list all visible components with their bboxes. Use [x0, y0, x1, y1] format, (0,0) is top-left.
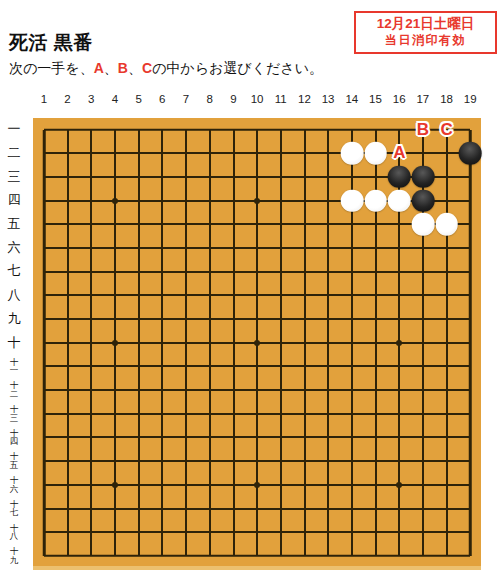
board-cell [151, 402, 175, 426]
board-cell [269, 426, 293, 450]
board-cell [32, 378, 56, 402]
board-cell [198, 497, 222, 521]
board-cell [127, 212, 151, 236]
board-cell [127, 497, 151, 521]
col-label: 19 [458, 92, 482, 106]
board-cell [435, 473, 459, 497]
board-cell [103, 520, 127, 544]
white-stone [364, 142, 387, 165]
board-cell [127, 236, 151, 260]
board-cell [293, 331, 317, 355]
board-cell [387, 520, 411, 544]
board-cell [32, 402, 56, 426]
board-cell [222, 402, 246, 426]
board-cell [80, 283, 104, 307]
board-cell [411, 331, 435, 355]
board-cell [340, 307, 364, 331]
board-cell [340, 402, 364, 426]
board-cell [269, 212, 293, 236]
board-cell [103, 118, 127, 142]
board-cell [198, 212, 222, 236]
board-cell [103, 141, 127, 165]
board-cell [56, 544, 80, 568]
deadline-box: 12月21日土曜日 当日消印有効 [354, 11, 497, 54]
board-cell [174, 165, 198, 189]
board-cell [127, 402, 151, 426]
board-cell [174, 331, 198, 355]
col-label: 15 [364, 92, 388, 106]
board-cell [435, 141, 459, 165]
board-cell [340, 212, 364, 236]
board-cell [32, 283, 56, 307]
board-cell [364, 520, 388, 544]
board-cell [435, 212, 459, 236]
board-cell [316, 355, 340, 379]
board-cell [387, 165, 411, 189]
board-cell [459, 118, 483, 142]
star-point [396, 482, 402, 488]
board-cell [364, 189, 388, 213]
board-cell [56, 189, 80, 213]
board-cell [174, 236, 198, 260]
board-cell [316, 141, 340, 165]
star-point [112, 482, 118, 488]
row-label: 十八 [2, 520, 26, 544]
board-cell [411, 497, 435, 521]
board-cell [459, 260, 483, 284]
board-cell [411, 307, 435, 331]
row-label: 十五 [2, 449, 26, 473]
board-cell [340, 355, 364, 379]
board-cell [222, 544, 246, 568]
board-cell [293, 118, 317, 142]
instruction-text: 次の一手を、A、B、Cの中からお選びください。 [9, 60, 323, 78]
board-cell [56, 355, 80, 379]
board-cell [459, 283, 483, 307]
row-label: 四 [2, 189, 26, 213]
board-cell [411, 141, 435, 165]
board-cell [198, 544, 222, 568]
board-cell [269, 141, 293, 165]
board-cell [364, 426, 388, 450]
board-cell [245, 212, 269, 236]
board-cell [459, 520, 483, 544]
board-cell [269, 402, 293, 426]
board-cell [411, 378, 435, 402]
white-stone [388, 189, 411, 212]
board-cell [435, 520, 459, 544]
board-cell [103, 331, 127, 355]
board-cell [103, 236, 127, 260]
board-cell [293, 426, 317, 450]
board-cell [127, 118, 151, 142]
white-stone [341, 189, 364, 212]
board-cell [293, 497, 317, 521]
row-label: 八 [2, 283, 26, 307]
board-cell [103, 449, 127, 473]
board-cell [364, 402, 388, 426]
board-cell [269, 165, 293, 189]
board-cell [340, 497, 364, 521]
board-cell [411, 355, 435, 379]
board-cell [411, 402, 435, 426]
col-label: 5 [127, 92, 151, 106]
board-cell [127, 283, 151, 307]
board-cell [222, 473, 246, 497]
board-cell [174, 141, 198, 165]
row-label: 十九 [2, 544, 26, 568]
board-cell [340, 449, 364, 473]
row-label: 二 [2, 141, 26, 165]
board-cell [151, 497, 175, 521]
board-cell [198, 473, 222, 497]
board-cell [103, 165, 127, 189]
board-cell [316, 189, 340, 213]
board-cell [198, 141, 222, 165]
board-cell [151, 189, 175, 213]
board-cell [32, 189, 56, 213]
choice-marker-a[interactable]: A [393, 144, 405, 161]
board-cell [245, 331, 269, 355]
board-cell [411, 236, 435, 260]
board-cell [103, 402, 127, 426]
board-cell [411, 189, 435, 213]
board-cell [151, 165, 175, 189]
board-cell [340, 473, 364, 497]
board-cell [198, 165, 222, 189]
col-label: 7 [174, 92, 198, 106]
board-cell [56, 520, 80, 544]
board-cell [198, 118, 222, 142]
board-cell [387, 378, 411, 402]
board-cell [56, 260, 80, 284]
board-cell [387, 473, 411, 497]
board-cell [316, 497, 340, 521]
board-cell [32, 355, 56, 379]
board-cell [222, 520, 246, 544]
instruction-prefix: 次の一手を、 [9, 60, 94, 76]
row-labels: 一二三四五六七八九十十一十二十三十四十五十六十七十八十九 [2, 118, 26, 568]
board-cell [151, 426, 175, 450]
board-cell [387, 236, 411, 260]
board-cell [174, 426, 198, 450]
board-cell [293, 378, 317, 402]
board-cell [340, 544, 364, 568]
board-cell [387, 189, 411, 213]
board-cell [151, 307, 175, 331]
board-cell [364, 260, 388, 284]
row-label: 七 [2, 260, 26, 284]
board-cell [340, 283, 364, 307]
board-cell [222, 355, 246, 379]
col-label: 9 [222, 92, 246, 106]
board-cell [32, 473, 56, 497]
board-cell [269, 473, 293, 497]
board-cell [316, 544, 340, 568]
board-cell [103, 426, 127, 450]
board-cell [435, 189, 459, 213]
board-cell [80, 449, 104, 473]
board-cell [222, 307, 246, 331]
board-cell [80, 520, 104, 544]
col-label: 6 [150, 92, 174, 106]
black-stone [412, 166, 435, 189]
board-cell [127, 520, 151, 544]
board-cell [293, 212, 317, 236]
board-cell [245, 544, 269, 568]
board-cell [80, 544, 104, 568]
board-cell [32, 307, 56, 331]
board-cell [80, 355, 104, 379]
board-cell [151, 236, 175, 260]
choice-marker-b[interactable]: B [417, 120, 429, 137]
board-cell [316, 118, 340, 142]
board-cell [245, 260, 269, 284]
board-cell [411, 473, 435, 497]
col-label: 13 [316, 92, 340, 106]
board-cell [340, 426, 364, 450]
board-cell [103, 378, 127, 402]
star-point [254, 198, 260, 204]
board-cell [269, 331, 293, 355]
choice-b-text: B [118, 60, 128, 76]
board-cell [269, 236, 293, 260]
board-cell [387, 355, 411, 379]
board-cell [56, 118, 80, 142]
board-cell [151, 473, 175, 497]
board-cell [364, 449, 388, 473]
board-cell [459, 449, 483, 473]
board-cell [269, 355, 293, 379]
board-cell [316, 307, 340, 331]
board-cell [103, 212, 127, 236]
board-cell [80, 236, 104, 260]
black-stone [459, 142, 482, 165]
board-cell [80, 497, 104, 521]
board-cell [293, 473, 317, 497]
board-cell [435, 449, 459, 473]
star-point [112, 340, 118, 346]
board-cell [269, 497, 293, 521]
board-cell [269, 449, 293, 473]
board-cell [103, 260, 127, 284]
board-cell [387, 402, 411, 426]
board-cell [435, 497, 459, 521]
board-cell [245, 141, 269, 165]
board-cell [198, 260, 222, 284]
board-cell [127, 260, 151, 284]
row-label: 十一 [2, 354, 26, 378]
white-stone [364, 189, 387, 212]
board-cell [293, 165, 317, 189]
board-cell [435, 402, 459, 426]
board-cell [174, 283, 198, 307]
board-cell [293, 355, 317, 379]
board-cell [411, 283, 435, 307]
board-cell [151, 544, 175, 568]
board-cell [340, 260, 364, 284]
board-cell [364, 118, 388, 142]
board-cell [435, 260, 459, 284]
board-cell [80, 378, 104, 402]
star-point [254, 340, 260, 346]
board-cell [56, 497, 80, 521]
board-cell [364, 141, 388, 165]
instruction-suffix: の中からお選びください。 [152, 60, 323, 76]
board-cell [222, 212, 246, 236]
star-point [396, 340, 402, 346]
col-label: 16 [387, 92, 411, 106]
col-label: 11 [269, 92, 293, 106]
board-cell [364, 355, 388, 379]
board-cell [340, 189, 364, 213]
board-cell [245, 307, 269, 331]
board-cell [80, 141, 104, 165]
board-cell [174, 118, 198, 142]
board-cell [316, 402, 340, 426]
board-cell [222, 118, 246, 142]
choice-marker-c[interactable]: C [441, 120, 453, 137]
black-stone [388, 166, 411, 189]
board-cell [103, 497, 127, 521]
board-cell [56, 236, 80, 260]
board-cell [364, 165, 388, 189]
board-cell [174, 355, 198, 379]
white-stone [341, 142, 364, 165]
row-label: 六 [2, 236, 26, 260]
board-cell [56, 426, 80, 450]
board-cell [80, 307, 104, 331]
board-cell [340, 331, 364, 355]
page: { "game": "go", "header": { "deadline_li… [0, 0, 500, 580]
board-cell [174, 449, 198, 473]
board-cell [32, 520, 56, 544]
board-cell: A [387, 141, 411, 165]
board-cell [80, 212, 104, 236]
board-cell [127, 331, 151, 355]
black-stone [412, 189, 435, 212]
board-cell [151, 118, 175, 142]
board-cell [80, 331, 104, 355]
board-cell [56, 331, 80, 355]
board-cell [269, 307, 293, 331]
col-label: 12 [293, 92, 317, 106]
deadline-date: 12月21日土曜日 [360, 16, 491, 33]
board-cell [387, 307, 411, 331]
board-cell [222, 449, 246, 473]
row-label: 十 [2, 331, 26, 355]
col-label: 1 [32, 92, 56, 106]
board-cell [245, 426, 269, 450]
col-label: 2 [56, 92, 80, 106]
board-cell [127, 473, 151, 497]
board-cell [316, 283, 340, 307]
board-cell [127, 307, 151, 331]
board-cell [340, 236, 364, 260]
board-cell [198, 283, 222, 307]
white-stone [435, 213, 458, 236]
row-label: 三 [2, 165, 26, 189]
col-label: 17 [411, 92, 435, 106]
board-cell [245, 402, 269, 426]
board-cell [151, 355, 175, 379]
board-cell [459, 212, 483, 236]
board-cell: C [435, 118, 459, 142]
board-cell [127, 355, 151, 379]
deadline-note: 当日消印有効 [360, 33, 491, 48]
board-cell [316, 520, 340, 544]
board-cell [316, 165, 340, 189]
board-cell [32, 165, 56, 189]
board-cell [80, 426, 104, 450]
board-cell [32, 426, 56, 450]
board-cell [340, 118, 364, 142]
board-cell [56, 378, 80, 402]
board-cell [80, 165, 104, 189]
row-label: 十四 [2, 425, 26, 449]
board-cell [293, 283, 317, 307]
board-cell [293, 189, 317, 213]
row-label: 九 [2, 307, 26, 331]
board-cell [56, 449, 80, 473]
board-cell: B [411, 118, 435, 142]
board-cell [174, 307, 198, 331]
board-cell [198, 520, 222, 544]
board-cell [245, 355, 269, 379]
board-cell [387, 544, 411, 568]
board-cell [293, 402, 317, 426]
board-cell [222, 189, 246, 213]
board-cell [174, 497, 198, 521]
board-cell [174, 212, 198, 236]
board-cell [364, 307, 388, 331]
choice-c-text: C [142, 60, 152, 76]
board-cell [56, 473, 80, 497]
board-cell [411, 165, 435, 189]
board-cell [32, 141, 56, 165]
board-cell [174, 520, 198, 544]
board-cell [245, 118, 269, 142]
board-cell [245, 497, 269, 521]
board-cell [56, 307, 80, 331]
board-cell [222, 331, 246, 355]
board-cell [459, 497, 483, 521]
board-cell [316, 236, 340, 260]
board-cell [435, 283, 459, 307]
board-cell [316, 449, 340, 473]
board-cell [459, 355, 483, 379]
board-cell [32, 449, 56, 473]
board-cell [56, 141, 80, 165]
col-label: 3 [79, 92, 103, 106]
board-cell [103, 355, 127, 379]
choice-a-text: A [94, 60, 104, 76]
separator: 、 [104, 60, 118, 76]
board-cell [198, 307, 222, 331]
board-cell [103, 544, 127, 568]
col-label: 18 [435, 92, 459, 106]
board-cell [151, 212, 175, 236]
board-cell [269, 283, 293, 307]
board-cell [198, 378, 222, 402]
board-cell [32, 260, 56, 284]
column-labels: 12345678910111213141516171819 [32, 92, 482, 106]
board-cell [174, 378, 198, 402]
board-cell [198, 426, 222, 450]
board-cell [127, 449, 151, 473]
board-cell [316, 331, 340, 355]
board-cell [151, 141, 175, 165]
